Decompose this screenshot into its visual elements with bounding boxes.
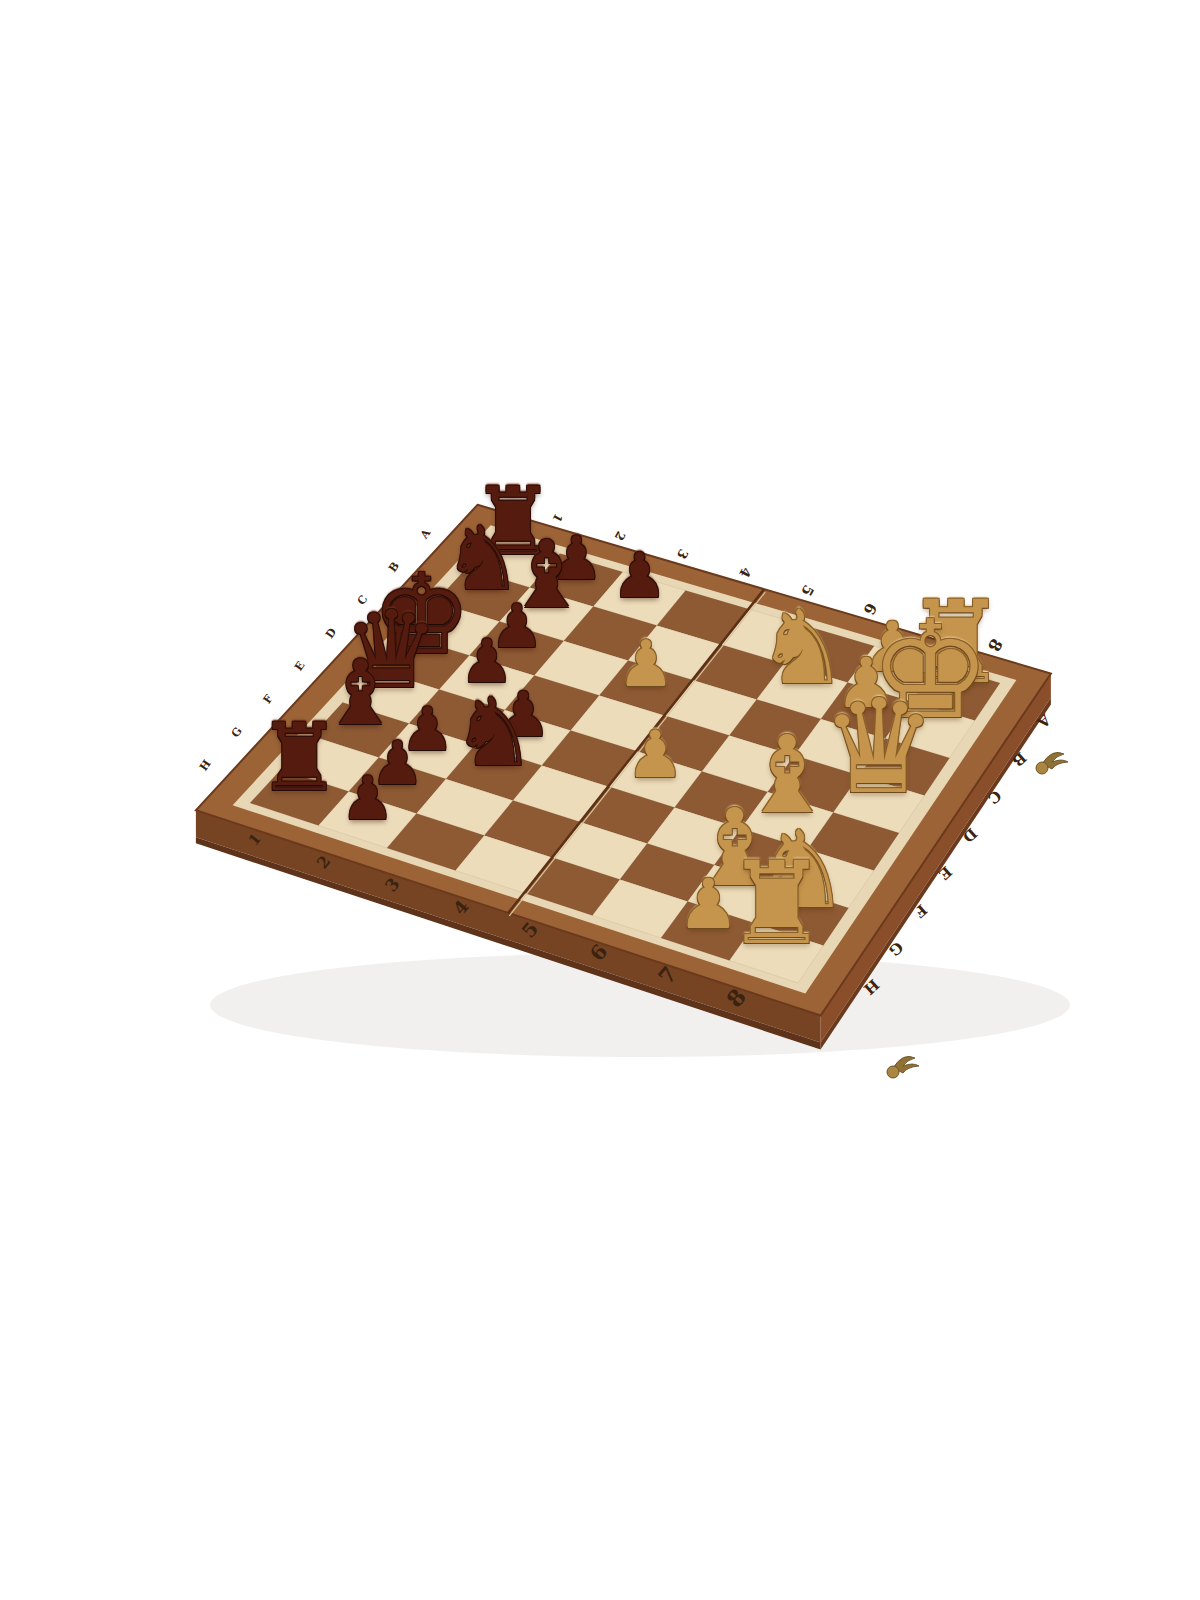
label-file-f-far-left: F [261, 692, 276, 706]
label-rank-7-far-right: 7 [922, 618, 944, 637]
label-rank-8-far-right: 8 [984, 635, 1007, 655]
label-file-d-far-left: D [323, 625, 339, 641]
product-photo-scene: 1122334455667788AABBCCDDEEFFGGHH ♜♟♞♟♝♟♚… [0, 0, 1200, 1600]
label-rank-4-far-right: 4 [736, 565, 755, 581]
brass-clasp-1 [1036, 752, 1068, 774]
label-file-a-far-left: A [417, 526, 433, 542]
label-file-b-far-left: B [386, 560, 402, 575]
label-file-g-far-left: G [229, 725, 245, 740]
label-file-e-far-left: E [292, 659, 307, 673]
chess-board: 1122334455667788AABBCCDDEEFFGGHH [0, 0, 1200, 1600]
label-rank-3-far-right: 3 [674, 547, 691, 562]
label-rank-6-far-right: 6 [859, 600, 880, 618]
label-rank-1-far-right: 1 [550, 511, 566, 525]
brass-clasp-2 [887, 1056, 919, 1078]
label-file-c-far-left: C [355, 593, 371, 608]
label-rank-2-far-right: 2 [612, 529, 628, 543]
label-rank-5-far-right: 5 [798, 582, 817, 598]
label-file-h-far-left: H [197, 758, 214, 774]
